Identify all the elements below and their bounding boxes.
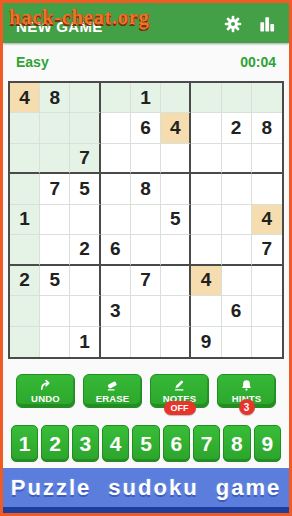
cell-r7c9[interactable] xyxy=(252,266,282,296)
cell-r1c3[interactable] xyxy=(70,83,100,113)
app-screen: hack-cheat.org NEW GAME xyxy=(0,0,292,516)
banner-text: Puzzle sudoku game xyxy=(11,475,281,501)
cell-r6c2[interactable] xyxy=(40,235,70,265)
cell-r3c5[interactable] xyxy=(131,144,161,174)
cell-r9c1[interactable] xyxy=(10,327,40,357)
cell-r7c4[interactable] xyxy=(101,266,131,296)
cell-r9c5[interactable] xyxy=(131,327,161,357)
cell-r7c2[interactable]: 5 xyxy=(40,266,70,296)
cell-r3c1[interactable] xyxy=(10,144,40,174)
banner-main: Puzzle sudoku game xyxy=(3,468,289,507)
sudoku-board: 4816428775815426725743619 xyxy=(8,81,284,359)
cell-r1c5[interactable]: 1 xyxy=(131,83,161,113)
cell-r8c1[interactable] xyxy=(10,296,40,326)
page-title: NEW GAME xyxy=(16,18,103,35)
hints-count-badge: 3 xyxy=(239,399,255,415)
cell-r8c5[interactable] xyxy=(131,296,161,326)
number-key-1[interactable]: 1 xyxy=(11,425,38,462)
cell-r6c3[interactable]: 2 xyxy=(70,235,100,265)
notes-button[interactable]: NOTES OFF xyxy=(150,374,209,408)
cell-r4c7[interactable] xyxy=(191,174,221,204)
banner-bottom-strip xyxy=(3,507,289,513)
cell-r3c9[interactable] xyxy=(252,144,282,174)
cell-r8c7[interactable] xyxy=(191,296,221,326)
number-key-6[interactable]: 6 xyxy=(163,425,190,462)
cell-r2c4[interactable] xyxy=(101,113,131,143)
cell-r5c2[interactable] xyxy=(40,205,70,235)
cell-r3c6[interactable] xyxy=(161,144,191,174)
cell-r7c7[interactable]: 4 xyxy=(191,266,221,296)
cell-r7c1[interactable]: 2 xyxy=(10,266,40,296)
cell-r4c9[interactable] xyxy=(252,174,282,204)
pencil-icon xyxy=(173,379,186,392)
cell-r4c1[interactable] xyxy=(10,174,40,204)
cell-r7c3[interactable] xyxy=(70,266,100,296)
cell-r5c3[interactable] xyxy=(70,205,100,235)
cell-r7c5[interactable]: 7 xyxy=(131,266,161,296)
cell-r5c5[interactable] xyxy=(131,205,161,235)
header-icons xyxy=(223,14,277,34)
cell-r2c5[interactable]: 6 xyxy=(131,113,161,143)
cell-r1c6[interactable] xyxy=(161,83,191,113)
undo-button[interactable]: UNDO xyxy=(16,374,75,408)
cell-r5c1[interactable]: 1 xyxy=(10,205,40,235)
cell-r4c3[interactable]: 5 xyxy=(70,174,100,204)
cell-r6c5[interactable] xyxy=(131,235,161,265)
cell-r6c4[interactable]: 6 xyxy=(101,235,131,265)
cell-r2c7[interactable] xyxy=(191,113,221,143)
cell-r4c2[interactable]: 7 xyxy=(40,174,70,204)
cell-r1c2[interactable]: 8 xyxy=(40,83,70,113)
settings-gear-icon[interactable] xyxy=(223,14,243,34)
cell-r9c8[interactable] xyxy=(222,327,252,357)
cell-r4c6[interactable] xyxy=(161,174,191,204)
number-key-2[interactable]: 2 xyxy=(41,425,68,462)
number-key-4[interactable]: 4 xyxy=(102,425,129,462)
cell-r1c7[interactable] xyxy=(191,83,221,113)
cell-r2c9[interactable]: 8 xyxy=(252,113,282,143)
cell-r7c6[interactable] xyxy=(161,266,191,296)
cell-r4c8[interactable] xyxy=(222,174,252,204)
cell-r1c9[interactable] xyxy=(252,83,282,113)
cell-r1c1[interactable]: 4 xyxy=(10,83,40,113)
erase-button[interactable]: ERASE xyxy=(83,374,142,408)
cell-r8c9[interactable] xyxy=(252,296,282,326)
difficulty-label: Easy xyxy=(16,54,49,70)
cell-r4c4[interactable] xyxy=(101,174,131,204)
cell-r5c4[interactable] xyxy=(101,205,131,235)
cell-r8c4[interactable]: 3 xyxy=(101,296,131,326)
cell-r6c7[interactable] xyxy=(191,235,221,265)
undo-arrow-icon xyxy=(39,379,52,392)
stats-bars-icon[interactable] xyxy=(257,14,277,34)
cell-r9c6[interactable] xyxy=(161,327,191,357)
cell-r8c2[interactable] xyxy=(40,296,70,326)
timer: 00:04 xyxy=(240,54,276,70)
cell-r5c8[interactable] xyxy=(222,205,252,235)
cell-r3c3[interactable]: 7 xyxy=(70,144,100,174)
toolbar: UNDO ERASE NOTES OFF HINTS 3 xyxy=(3,359,289,408)
cell-r7c8[interactable] xyxy=(222,266,252,296)
cell-r8c8[interactable]: 6 xyxy=(222,296,252,326)
cell-r9c3[interactable]: 1 xyxy=(70,327,100,357)
number-keypad: 123456789 xyxy=(3,408,289,462)
cell-r3c2[interactable] xyxy=(40,144,70,174)
hints-button[interactable]: HINTS 3 xyxy=(217,374,276,408)
bell-icon xyxy=(240,379,253,392)
cell-r1c4[interactable] xyxy=(101,83,131,113)
cell-r9c2[interactable] xyxy=(40,327,70,357)
bottom-banner: Puzzle sudoku game xyxy=(3,468,289,513)
cell-r9c7[interactable]: 9 xyxy=(191,327,221,357)
app-header: NEW GAME xyxy=(3,3,289,43)
cell-r5c9[interactable]: 4 xyxy=(252,205,282,235)
cell-r6c1[interactable] xyxy=(10,235,40,265)
number-key-8[interactable]: 8 xyxy=(223,425,250,462)
cell-r2c3[interactable] xyxy=(70,113,100,143)
cell-r2c8[interactable]: 2 xyxy=(222,113,252,143)
cell-r3c4[interactable] xyxy=(101,144,131,174)
number-key-7[interactable]: 7 xyxy=(193,425,220,462)
cell-r8c3[interactable] xyxy=(70,296,100,326)
undo-label: UNDO xyxy=(31,393,60,404)
cell-r6c9[interactable]: 7 xyxy=(252,235,282,265)
number-key-3[interactable]: 3 xyxy=(72,425,99,462)
cell-r4c5[interactable]: 8 xyxy=(131,174,161,204)
notes-off-badge: OFF xyxy=(164,401,196,415)
eraser-icon xyxy=(106,379,119,392)
cell-r6c8[interactable] xyxy=(222,235,252,265)
cell-r2c1[interactable] xyxy=(10,113,40,143)
cell-r9c4[interactable] xyxy=(101,327,131,357)
cell-r2c6[interactable]: 4 xyxy=(161,113,191,143)
cell-r6c6[interactable] xyxy=(161,235,191,265)
cell-r3c8[interactable] xyxy=(222,144,252,174)
cell-r5c7[interactable] xyxy=(191,205,221,235)
cell-r3c7[interactable] xyxy=(191,144,221,174)
cell-r2c2[interactable] xyxy=(40,113,70,143)
cell-r5c6[interactable]: 5 xyxy=(161,205,191,235)
cell-r1c8[interactable] xyxy=(222,83,252,113)
erase-label: ERASE xyxy=(96,393,130,404)
status-bar: Easy 00:04 xyxy=(3,43,289,81)
cell-r8c6[interactable] xyxy=(161,296,191,326)
number-key-5[interactable]: 5 xyxy=(132,425,159,462)
cell-r9c9[interactable] xyxy=(252,327,282,357)
number-key-9[interactable]: 9 xyxy=(254,425,281,462)
